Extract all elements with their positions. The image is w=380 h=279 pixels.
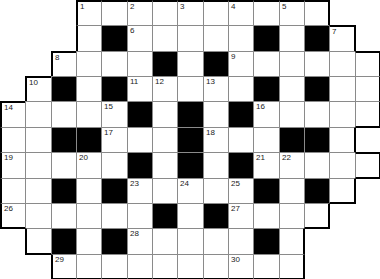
cell-r11c10[interactable]: 30 (228, 254, 254, 279)
black-cell-r10c11 (253, 228, 280, 255)
cell-r2c10[interactable] (228, 25, 254, 52)
clue-number-18: 18 (206, 128, 215, 138)
cell-r6c11[interactable] (253, 127, 280, 153)
clue-number-8: 8 (55, 53, 59, 63)
cell-r4c10[interactable] (228, 76, 254, 102)
black-cell-r3c7 (152, 51, 178, 77)
black-cell-r8c3 (51, 178, 77, 204)
clue-number-9: 9 (231, 52, 235, 62)
cell-r6c9[interactable]: 18 (203, 127, 229, 153)
cell-r10c2[interactable] (25, 228, 52, 255)
black-cell-r7c10 (228, 152, 254, 179)
cell-r5c15[interactable] (355, 101, 380, 128)
cell-r6c2[interactable] (25, 127, 52, 153)
black-cell-r4c5 (101, 76, 128, 102)
cell-r3c11[interactable] (253, 51, 280, 77)
cell-r7c12[interactable]: 22 (279, 152, 305, 179)
cell-r7c2[interactable] (25, 152, 52, 179)
cell-r3c13[interactable] (304, 51, 330, 77)
cell-r4c6[interactable]: 11 (127, 76, 153, 102)
black-cell-r9c9 (203, 203, 229, 229)
cell-r8c9[interactable] (203, 178, 229, 204)
cell-r11c3[interactable]: 29 (51, 254, 77, 279)
clue-number-5: 5 (282, 2, 286, 12)
black-cell-r2c13 (304, 25, 330, 52)
cell-r11c7[interactable] (152, 254, 178, 279)
cell-r8c10[interactable]: 25 (228, 178, 254, 204)
clue-number-24: 24 (180, 179, 189, 189)
black-cell-r6c4 (76, 127, 102, 153)
cell-r10c10[interactable] (228, 228, 254, 255)
cell-r2c8[interactable] (177, 25, 204, 52)
cell-r5c7[interactable] (152, 101, 178, 128)
cell-r6c1[interactable] (0, 127, 26, 153)
black-cell-r10c3 (51, 228, 77, 255)
cell-r1c5[interactable] (101, 0, 128, 26)
cell-r9c13[interactable] (304, 203, 330, 229)
clue-number-12: 12 (155, 77, 164, 87)
cell-r3c12[interactable] (279, 51, 305, 77)
cell-r3c6[interactable] (127, 51, 153, 77)
clue-number-11: 11 (130, 77, 138, 87)
cell-r7c5[interactable] (101, 152, 128, 179)
black-cell-r6c13 (304, 127, 330, 153)
cell-r11c8[interactable] (177, 254, 204, 279)
cell-r5c5[interactable]: 15 (101, 101, 128, 128)
cell-r4c15[interactable] (355, 76, 380, 102)
black-cell-r2c5 (101, 25, 128, 52)
cell-r11c9[interactable] (203, 254, 229, 279)
cell-r10c6[interactable]: 28 (127, 228, 153, 255)
clue-number-28: 28 (130, 229, 139, 239)
clue-number-4: 4 (231, 2, 235, 12)
cell-r6c10[interactable] (228, 127, 254, 153)
cell-r3c10[interactable]: 9 (228, 51, 254, 77)
cell-r2c7[interactable] (152, 25, 178, 52)
clue-number-7: 7 (332, 27, 336, 37)
cell-r10c7[interactable] (152, 228, 178, 255)
black-cell-r7c8 (177, 152, 204, 179)
cell-r3c5[interactable] (101, 51, 128, 77)
cell-r1c7[interactable] (152, 0, 178, 26)
cell-r9c2[interactable] (25, 203, 52, 229)
cell-r6c5[interactable]: 17 (101, 127, 128, 153)
cell-r8c4[interactable] (76, 178, 102, 204)
cell-r9c4[interactable] (76, 203, 102, 229)
cell-r10c12[interactable] (279, 228, 305, 255)
clue-number-10: 10 (29, 78, 38, 88)
cell-r10c8[interactable] (177, 228, 204, 255)
black-cell-r5c10 (228, 101, 254, 128)
cell-r7c7[interactable] (152, 152, 178, 179)
cell-r5c1[interactable]: 14 (0, 101, 26, 128)
cell-r9c3[interactable] (51, 203, 77, 229)
cell-r8c14[interactable] (329, 178, 356, 204)
black-cell-r5c8 (177, 101, 204, 128)
clue-number-21: 21 (256, 153, 265, 163)
cell-r9c6[interactable] (127, 203, 153, 229)
cell-r5c13[interactable] (304, 101, 330, 128)
cell-r7c1[interactable]: 19 (0, 152, 26, 179)
clue-number-30: 30 (231, 255, 240, 265)
black-cell-r4c11 (253, 76, 280, 102)
cell-r5c2[interactable] (25, 101, 52, 128)
black-cell-r6c3 (51, 127, 77, 153)
cell-r7c3[interactable] (51, 152, 77, 179)
cell-r9c5[interactable] (101, 203, 128, 229)
cell-r3c8[interactable] (177, 51, 204, 77)
clue-number-2: 2 (130, 2, 134, 12)
clue-number-23: 23 (130, 179, 139, 189)
cell-r3c3[interactable]: 8 (51, 51, 77, 77)
cell-r1c6[interactable]: 2 (127, 0, 153, 26)
cell-r11c5[interactable] (101, 254, 128, 279)
cell-r5c4[interactable] (76, 101, 102, 128)
cell-r5c9[interactable] (203, 101, 229, 128)
black-cell-r4c3 (51, 76, 77, 102)
cell-r6c14[interactable] (329, 127, 356, 153)
clue-number-20: 20 (79, 153, 88, 163)
black-cell-r8c13 (304, 178, 330, 204)
cell-r10c9[interactable] (203, 228, 229, 255)
clue-number-26: 26 (4, 204, 13, 214)
cell-r9c10[interactable]: 27 (228, 203, 254, 229)
cell-r4c2[interactable]: 10 (25, 76, 52, 102)
clue-number-17: 17 (104, 128, 113, 138)
cell-r3c4[interactable] (76, 51, 102, 77)
cell-r3c14[interactable] (329, 51, 356, 77)
black-cell-r2c11 (253, 25, 280, 52)
clue-number-14: 14 (4, 103, 13, 113)
crossword-board: 1234567891011121314151617181920212223242… (0, 0, 380, 279)
cell-r4c12[interactable] (279, 76, 305, 102)
cell-r5c12[interactable] (279, 101, 305, 128)
black-cell-r6c8 (177, 127, 204, 153)
cell-r3c15[interactable] (355, 51, 380, 77)
cell-r7c11[interactable]: 21 (253, 152, 280, 179)
cell-r5c11[interactable]: 16 (253, 101, 280, 128)
cell-r8c6[interactable]: 23 (127, 178, 153, 204)
clue-number-27: 27 (231, 204, 240, 214)
clue-number-15: 15 (104, 102, 113, 112)
cell-r1c4[interactable]: 1 (76, 0, 102, 26)
cell-r6c6[interactable] (127, 127, 153, 153)
cell-r1c10[interactable]: 4 (228, 0, 254, 26)
cell-r9c11[interactable] (253, 203, 280, 229)
cell-r10c4[interactable] (76, 228, 102, 255)
clue-number-3: 3 (180, 2, 184, 12)
cell-r11c6[interactable] (127, 254, 153, 279)
cell-r11c12[interactable] (279, 254, 305, 279)
cell-r11c11[interactable] (253, 254, 280, 279)
cell-r2c9[interactable] (203, 25, 229, 52)
cell-r1c12[interactable]: 5 (279, 0, 305, 26)
cell-r1c13[interactable] (304, 0, 330, 26)
cell-r7c15[interactable] (355, 152, 380, 179)
black-cell-r4c13 (304, 76, 330, 102)
black-cell-r7c6 (127, 152, 153, 179)
cell-r2c12[interactable] (279, 25, 305, 52)
cell-r9c12[interactable] (279, 203, 305, 229)
cell-r1c8[interactable]: 3 (177, 0, 204, 26)
black-cell-r8c5 (101, 178, 128, 204)
cell-r1c9[interactable] (203, 0, 229, 26)
cell-r1c11[interactable] (253, 0, 280, 26)
clue-number-13: 13 (206, 77, 215, 87)
cell-r2c6[interactable]: 6 (127, 25, 153, 52)
cell-r8c7[interactable] (152, 178, 178, 204)
black-cell-r3c9 (203, 51, 229, 77)
black-cell-r9c7 (152, 203, 178, 229)
cell-r6c7[interactable] (152, 127, 178, 153)
clue-number-19: 19 (4, 153, 13, 163)
cell-r8c8[interactable]: 24 (177, 178, 204, 204)
black-cell-r5c6 (127, 101, 153, 128)
clue-number-29: 29 (55, 255, 64, 265)
cell-r7c13[interactable] (304, 152, 330, 179)
clue-number-16: 16 (256, 102, 265, 112)
cell-r4c9[interactable]: 13 (203, 76, 229, 102)
cell-r4c4[interactable] (76, 76, 102, 102)
cell-r5c3[interactable] (51, 101, 77, 128)
cell-r4c14[interactable] (329, 76, 356, 102)
black-cell-r10c5 (101, 228, 128, 255)
cell-r9c1[interactable]: 26 (0, 203, 26, 229)
cell-r7c4[interactable]: 20 (76, 152, 102, 179)
cell-r4c7[interactable]: 12 (152, 76, 178, 102)
clue-number-25: 25 (231, 179, 240, 189)
clue-number-22: 22 (282, 153, 291, 163)
cell-r8c2[interactable] (25, 178, 52, 204)
cell-r8c1[interactable] (0, 178, 26, 204)
clue-number-1: 1 (80, 2, 84, 12)
cell-r7c9[interactable] (203, 152, 229, 179)
cell-r2c4[interactable] (76, 25, 102, 52)
cell-r8c12[interactable] (279, 178, 305, 204)
cell-r11c4[interactable] (76, 254, 102, 279)
cell-r9c8[interactable] (177, 203, 204, 229)
cell-r7c14[interactable] (329, 152, 356, 179)
cell-r5c14[interactable] (329, 101, 356, 128)
black-cell-r6c12 (279, 127, 305, 153)
cell-r2c14[interactable]: 7 (329, 25, 356, 52)
cell-r4c8[interactable] (177, 76, 204, 102)
clue-number-6: 6 (130, 26, 134, 36)
black-cell-r8c11 (253, 178, 280, 204)
